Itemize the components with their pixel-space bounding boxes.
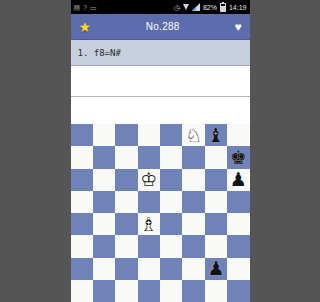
square-a3[interactable]	[71, 235, 93, 257]
piece-wN-f8[interactable]: ♞♘	[182, 124, 204, 146]
spacer-panel-2	[71, 97, 250, 124]
square-h8[interactable]	[227, 124, 249, 146]
square-f5[interactable]	[182, 191, 204, 213]
wifi-icon	[183, 4, 189, 10]
square-d7[interactable]	[138, 146, 160, 168]
piece-wB-d4[interactable]: ♝♗	[138, 213, 160, 235]
square-g6[interactable]	[205, 169, 227, 191]
piece-bP-g2[interactable]: ♟	[205, 258, 227, 280]
status-bar: ▤ ? ▭ ◷ 82% 14:19	[71, 0, 250, 14]
square-b8[interactable]	[93, 124, 115, 146]
square-c6[interactable]	[115, 169, 137, 191]
app-header: ★ No.288 ♥	[71, 14, 250, 40]
square-c7[interactable]	[115, 146, 137, 168]
square-h7[interactable]: ♚	[227, 146, 249, 168]
square-b7[interactable]	[93, 146, 115, 168]
square-f7[interactable]	[182, 146, 204, 168]
square-h2[interactable]	[227, 258, 249, 280]
square-h4[interactable]	[227, 213, 249, 235]
square-a5[interactable]	[71, 191, 93, 213]
square-f1[interactable]	[182, 280, 204, 302]
star-icon[interactable]: ★	[79, 20, 92, 34]
square-a4[interactable]	[71, 213, 93, 235]
square-c4[interactable]	[115, 213, 137, 235]
app-screen: ▤ ? ▭ ◷ 82% 14:19 ★ No.288 ♥ 1. f8=N# ♞♘…	[71, 0, 250, 302]
square-b3[interactable]	[93, 235, 115, 257]
status-left-icons: ▤ ? ▭	[74, 4, 97, 11]
square-f2[interactable]	[182, 258, 204, 280]
gallery-icon: ▤	[74, 4, 81, 11]
piece-bK-h7[interactable]: ♚	[227, 146, 249, 168]
square-g2[interactable]: ♟	[205, 258, 227, 280]
square-d4[interactable]: ♝♗	[138, 213, 160, 235]
square-b4[interactable]	[93, 213, 115, 235]
square-a2[interactable]	[71, 258, 93, 280]
square-a7[interactable]	[71, 146, 93, 168]
square-d1[interactable]	[138, 280, 160, 302]
square-h3[interactable]	[227, 235, 249, 257]
square-b2[interactable]	[93, 258, 115, 280]
square-e8[interactable]	[160, 124, 182, 146]
square-g4[interactable]	[205, 213, 227, 235]
help-icon: ?	[83, 4, 87, 11]
solution-move-band: 1. f8=N#	[71, 40, 250, 66]
square-e5[interactable]	[160, 191, 182, 213]
square-g5[interactable]	[205, 191, 227, 213]
square-c8[interactable]	[115, 124, 137, 146]
square-e1[interactable]	[160, 280, 182, 302]
alarm-clock-icon: ◷	[174, 4, 180, 11]
square-d2[interactable]	[138, 258, 160, 280]
square-a6[interactable]	[71, 169, 93, 191]
square-e3[interactable]	[160, 235, 182, 257]
square-c3[interactable]	[115, 235, 137, 257]
clock-time: 14:19	[229, 4, 247, 11]
square-d6[interactable]: ♚♔	[138, 169, 160, 191]
page-title: No.288	[91, 21, 234, 32]
square-b6[interactable]	[93, 169, 115, 191]
square-d3[interactable]	[138, 235, 160, 257]
square-e4[interactable]	[160, 213, 182, 235]
signal-icon	[192, 3, 200, 11]
spacer-panel	[71, 66, 250, 96]
square-e7[interactable]	[160, 146, 182, 168]
square-d8[interactable]	[138, 124, 160, 146]
square-e2[interactable]	[160, 258, 182, 280]
square-d5[interactable]	[138, 191, 160, 213]
square-g8[interactable]: ♝	[205, 124, 227, 146]
square-h6[interactable]: ♟	[227, 169, 249, 191]
square-g3[interactable]	[205, 235, 227, 257]
square-g7[interactable]	[205, 146, 227, 168]
square-f3[interactable]	[182, 235, 204, 257]
square-f4[interactable]	[182, 213, 204, 235]
heart-icon[interactable]: ♥	[234, 21, 241, 33]
square-e6[interactable]	[160, 169, 182, 191]
status-right-icons: ◷ 82% 14:19	[174, 3, 247, 12]
usb-icon: ▭	[90, 4, 97, 11]
square-g1[interactable]	[205, 280, 227, 302]
square-c2[interactable]	[115, 258, 137, 280]
square-h5[interactable]	[227, 191, 249, 213]
square-b5[interactable]	[93, 191, 115, 213]
piece-wK-d6[interactable]: ♚♔	[138, 169, 160, 191]
square-c5[interactable]	[115, 191, 137, 213]
battery-icon	[220, 3, 226, 12]
piece-bP-h6[interactable]: ♟	[227, 169, 249, 191]
solution-move-text: 1. f8=N#	[78, 48, 121, 58]
square-a8[interactable]	[71, 124, 93, 146]
chess-board: ♞♘♝♚♚♔♟♝♗♟	[71, 124, 250, 302]
square-c1[interactable]	[115, 280, 137, 302]
square-f6[interactable]	[182, 169, 204, 191]
square-a1[interactable]	[71, 280, 93, 302]
piece-bB-g8[interactable]: ♝	[205, 124, 227, 146]
square-h1[interactable]	[227, 280, 249, 302]
battery-percent: 82%	[203, 4, 217, 11]
square-f8[interactable]: ♞♘	[182, 124, 204, 146]
square-b1[interactable]	[93, 280, 115, 302]
